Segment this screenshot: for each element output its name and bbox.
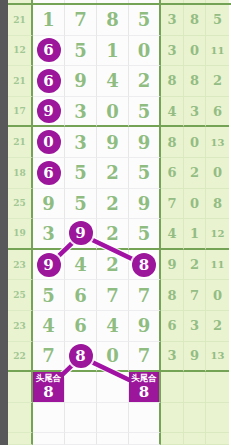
- right-stat-cell: [184, 372, 206, 403]
- digit-cell: 2: [97, 250, 129, 281]
- digit-cell: 头尾合8: [129, 372, 161, 403]
- right-stat-cell: 7: [184, 280, 206, 311]
- right-stat-cell: 8: [161, 66, 184, 97]
- digit-cell: [97, 433, 129, 445]
- digit-cell: 9: [129, 127, 161, 158]
- digit-cell: 8: [65, 342, 97, 373]
- digit-cell: 5: [129, 219, 161, 250]
- right-stat-cell: 0: [206, 280, 229, 311]
- right-stat-cell: 8: [184, 66, 206, 97]
- circled-digit: 6: [37, 38, 61, 62]
- circled-digit: 6: [37, 69, 61, 93]
- digit-cell: 2: [97, 158, 129, 189]
- digit-cell: 5: [129, 97, 161, 128]
- right-stat-cell: 0: [184, 189, 206, 220]
- right-stat-cell: 6: [161, 158, 184, 189]
- row-sum-label: 19: [8, 219, 33, 250]
- digit-cell: [65, 0, 97, 3]
- row-sum-label: 21: [8, 5, 33, 36]
- right-stat-cell: [161, 403, 184, 433]
- digit-cell: [129, 0, 161, 3]
- row-sum-label: [8, 0, 33, 3]
- digit-cell: 9: [129, 311, 161, 342]
- digit-cell: [97, 0, 129, 3]
- digit-cell: 2: [97, 189, 129, 220]
- digit-cell: 5: [33, 280, 65, 311]
- right-stat-cell: 8: [161, 280, 184, 311]
- digit-cell: 0: [129, 36, 161, 67]
- digit-cell: 4: [33, 311, 65, 342]
- digit-cell: 7: [33, 342, 65, 373]
- digit-cell: 9: [65, 219, 97, 250]
- digit-cell: 9: [97, 127, 129, 158]
- row-sum-label: [8, 433, 33, 445]
- row-sum-label: [8, 372, 33, 403]
- digit-cell: 7: [65, 5, 97, 36]
- digit-cell: 头尾合8: [33, 372, 65, 403]
- head-tail-box-value: 8: [139, 384, 149, 401]
- row-sum-label: 25: [8, 189, 33, 220]
- digit-cell: 6: [33, 66, 65, 97]
- digit-cell: [65, 433, 97, 445]
- right-stat-cell: 8: [206, 189, 229, 220]
- digit-cell: 6: [65, 280, 97, 311]
- digit-cell: 2: [129, 66, 161, 97]
- digit-cell: [97, 372, 129, 403]
- right-stat-cell: [184, 403, 206, 433]
- right-stat-cell: 9: [161, 250, 184, 281]
- digit-cell: 6: [33, 158, 65, 189]
- digit-cell: 3: [65, 97, 97, 128]
- digit-cell: [65, 403, 97, 433]
- digit-cell: [97, 403, 129, 433]
- digit-cell: 7: [97, 280, 129, 311]
- right-stat-cell: 6: [206, 97, 229, 128]
- circled-digit: 8: [69, 344, 93, 368]
- right-stat-cell: 11: [206, 250, 229, 281]
- right-stat-cell: [206, 403, 229, 433]
- digit-cell: 5: [65, 158, 97, 189]
- digit-cell: 1: [33, 5, 65, 36]
- head-tail-box: 头尾合8: [129, 372, 159, 402]
- circled-digit: 0: [37, 130, 61, 154]
- right-stat-cell: 3: [184, 311, 206, 342]
- digit-cell: 3: [65, 127, 97, 158]
- head-tail-box: 头尾合8: [33, 372, 64, 402]
- row-sum-label: 17: [8, 97, 33, 128]
- right-stat-cell: 13: [206, 342, 229, 373]
- right-stat-cell: 3: [161, 36, 184, 67]
- right-stat-cell: [206, 372, 229, 403]
- right-stat-cell: 8: [161, 127, 184, 158]
- row-sum-label: 21: [8, 66, 33, 97]
- right-stat-cell: 2: [206, 66, 229, 97]
- digit-cell: 4: [97, 311, 129, 342]
- digit-cell: 9: [33, 97, 65, 128]
- row-sum-label: 18: [8, 158, 33, 189]
- digit-cell: 5: [65, 36, 97, 67]
- right-stat-cell: [161, 372, 184, 403]
- right-stat-cell: [184, 0, 206, 3]
- right-stat-cell: 4: [161, 97, 184, 128]
- row-sum-label: 23: [8, 311, 33, 342]
- digit-cell: 4: [97, 66, 129, 97]
- left-gray-strip: [0, 0, 8, 445]
- digit-cell: 7: [129, 280, 161, 311]
- digit-cell: [129, 403, 161, 433]
- digit-cell: 5: [129, 158, 161, 189]
- right-stat-cell: 1: [184, 219, 206, 250]
- digit-cell: [33, 0, 65, 3]
- digit-cell: 9: [33, 250, 65, 281]
- right-stat-cell: [206, 0, 229, 3]
- right-stat-cell: 12: [206, 219, 229, 250]
- digit-cell: [129, 433, 161, 445]
- digit-cell: 9: [65, 66, 97, 97]
- digit-cell: [33, 433, 65, 445]
- digit-cell: 0: [97, 342, 129, 373]
- head-tail-box-value: 8: [43, 384, 53, 401]
- row-sum-label: [8, 403, 33, 433]
- digit-cell: 0: [33, 127, 65, 158]
- digit-cell: 5: [129, 5, 161, 36]
- row-sum-label: 12: [8, 36, 33, 67]
- digit-cell: 0: [97, 97, 129, 128]
- right-stat-cell: 0: [184, 36, 206, 67]
- right-stat-cell: 0: [206, 158, 229, 189]
- right-stat-cell: 8: [184, 5, 206, 36]
- trend-grid: 2117853851265103011216942882179305436210…: [8, 0, 231, 445]
- right-stat-cell: 2: [206, 311, 229, 342]
- digit-cell: 8: [97, 5, 129, 36]
- digit-cell: 4: [65, 250, 97, 281]
- circled-digit: 9: [37, 253, 61, 277]
- digit-cell: 8: [129, 250, 161, 281]
- right-stat-cell: 4: [161, 219, 184, 250]
- right-stat-cell: 0: [184, 127, 206, 158]
- right-stat-cell: 13: [206, 127, 229, 158]
- row-sum-label: 21: [8, 127, 33, 158]
- digit-cell: 5: [65, 189, 97, 220]
- digit-cell: 7: [129, 342, 161, 373]
- digit-cell: 9: [129, 189, 161, 220]
- circled-digit: 6: [37, 161, 61, 185]
- right-stat-cell: 5: [206, 5, 229, 36]
- digit-cell: [65, 372, 97, 403]
- digit-cell: 1: [97, 36, 129, 67]
- right-stat-cell: 9: [184, 342, 206, 373]
- lottery-trend-chart: 2117853851265103011216942882179305436210…: [0, 0, 231, 445]
- digit-cell: 9: [33, 189, 65, 220]
- row-sum-label: 22: [8, 342, 33, 373]
- right-stat-cell: [161, 433, 184, 445]
- right-stat-cell: 2: [184, 250, 206, 281]
- row-sum-label: 23: [8, 250, 33, 281]
- digit-cell: 6: [65, 311, 97, 342]
- right-stat-cell: 6: [161, 311, 184, 342]
- right-stat-cell: [184, 433, 206, 445]
- circled-digit: 8: [132, 253, 156, 277]
- right-stat-cell: [206, 433, 229, 445]
- digit-cell: 3: [33, 219, 65, 250]
- right-stat-cell: 3: [161, 342, 184, 373]
- right-stat-cell: 3: [161, 5, 184, 36]
- right-stat-cell: [161, 0, 184, 3]
- digit-cell: [33, 403, 65, 433]
- digit-cell: 6: [33, 36, 65, 67]
- digit-cell: 2: [97, 219, 129, 250]
- right-stat-cell: 11: [206, 36, 229, 67]
- right-stat-cell: 2: [184, 158, 206, 189]
- right-stat-cell: 7: [161, 189, 184, 220]
- circled-digit: 9: [37, 99, 61, 123]
- row-sum-label: 25: [8, 280, 33, 311]
- circled-digit: 9: [69, 221, 93, 245]
- right-stat-cell: 3: [184, 97, 206, 128]
